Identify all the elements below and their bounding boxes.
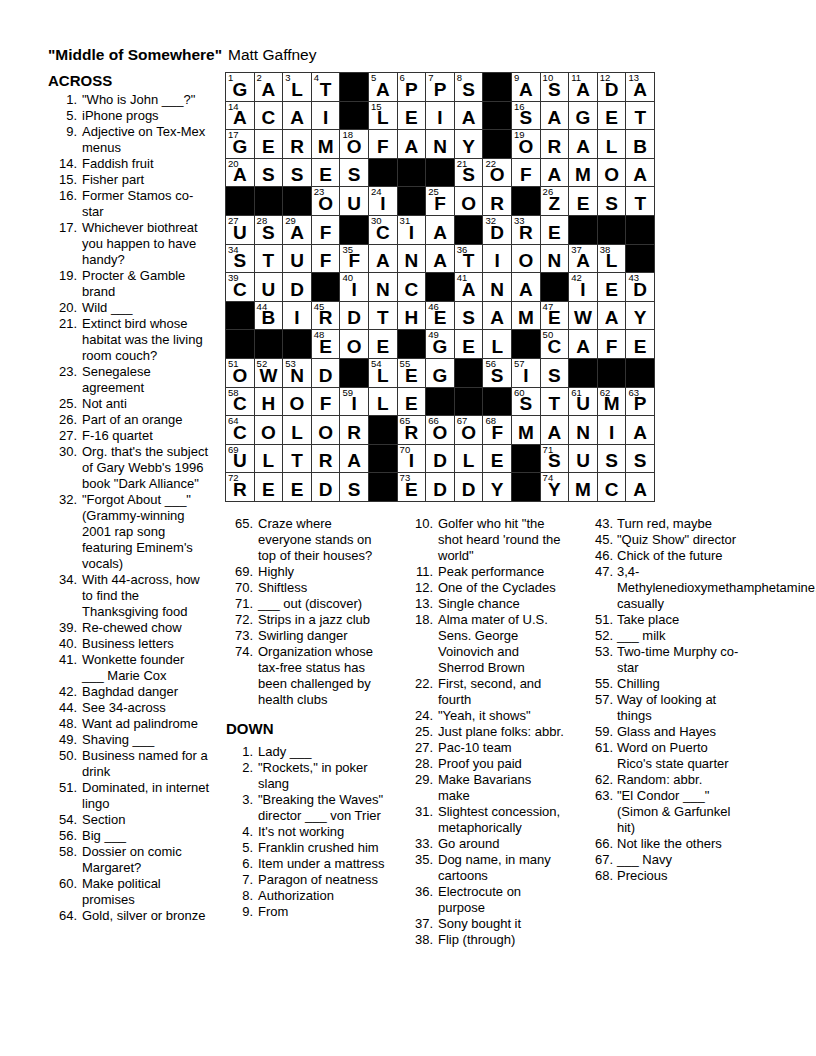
- puzzle-byline: Matt Gaffney: [228, 46, 316, 63]
- clue-number: 27.: [48, 428, 77, 444]
- grid-cell-black: [340, 73, 368, 101]
- grid-cell: L: [255, 445, 283, 473]
- grid-cell: T: [626, 187, 654, 215]
- clue-item: 27.Pac-10 team: [400, 740, 580, 756]
- clue-text: Make Bavariansmake: [438, 772, 578, 804]
- grid-cell: 50C: [541, 330, 569, 358]
- grid-cell: O: [598, 159, 626, 187]
- grid-cell: 69U: [226, 445, 254, 473]
- across-clues-column: 1."Who is John ___?"5.iPhone progs9.Adje…: [48, 92, 220, 924]
- grid-cell: A: [426, 245, 454, 273]
- cell-number: 68: [485, 416, 496, 426]
- grid-cell: I: [598, 416, 626, 444]
- clue-item: 17.Whichever biothreatyou happen to have…: [48, 220, 220, 268]
- grid-cell: A: [369, 245, 397, 273]
- clue-number: 61.: [578, 740, 613, 772]
- cell-letter: E: [605, 280, 618, 301]
- cell-letter: A: [433, 223, 447, 244]
- grid-cell: 13A: [626, 73, 654, 101]
- across-clues-continued: 65.Craze whereeveryone stands ontop of t…: [226, 516, 396, 708]
- grid-cell: S: [598, 445, 626, 473]
- clue-item: 1."Who is John ___?": [48, 92, 220, 108]
- clue-text: Precious: [617, 868, 767, 884]
- cell-letter: T: [634, 194, 646, 215]
- cell-letter: G: [433, 366, 448, 387]
- middle-clues-column: 65.Craze whereeveryone stands ontop of t…: [226, 516, 396, 920]
- clue-text: Former Stamos co-star: [82, 188, 212, 220]
- clue-number: 15.: [48, 172, 77, 188]
- grid-cell: A: [541, 416, 569, 444]
- cell-number: 50: [543, 330, 554, 340]
- grid-cell-black: [398, 330, 426, 358]
- clue-number: 31.: [400, 804, 433, 836]
- grid-cell: U: [283, 245, 311, 273]
- grid-cell: 72R: [226, 473, 254, 501]
- grid-cell: 16S: [512, 102, 540, 130]
- grid-cell-black: [340, 359, 368, 387]
- grid-cell: 30C: [369, 216, 397, 244]
- grid-cell-black: [626, 216, 654, 244]
- cell-letter: S: [348, 480, 361, 501]
- across-header: ACROSS: [48, 72, 112, 90]
- cell-letter: U: [290, 251, 304, 272]
- clue-item: 50.Business named for adrink: [48, 748, 220, 780]
- grid-cell: S: [283, 159, 311, 187]
- grid-cell-black: [483, 130, 511, 158]
- clue-text: "Who is John ___?": [82, 92, 212, 108]
- cell-letter: H: [262, 394, 276, 415]
- clue-item: 60.Make politicalpromises: [48, 876, 220, 908]
- clue-number: 7.: [226, 872, 253, 888]
- clue-item: 45."Quiz Show" director: [578, 532, 816, 548]
- cell-number: 35: [342, 245, 353, 255]
- grid-cell-black: [598, 359, 626, 387]
- cell-number: 60: [514, 388, 525, 398]
- grid-cell: 17G: [226, 130, 254, 158]
- grid-cell: 59I: [340, 388, 368, 416]
- clue-text: ___ milk: [617, 628, 767, 644]
- clue-number: 25.: [400, 724, 433, 740]
- grid-cell: R: [541, 130, 569, 158]
- grid-cell: 45R: [312, 302, 340, 330]
- clue-item: 10.Golfer who hit "theshot heard 'round …: [400, 516, 580, 564]
- clue-item: 25.Just plane folks: abbr.: [400, 724, 580, 740]
- clue-number: 12.: [400, 580, 433, 596]
- clue-item: 38.Flip (through): [400, 932, 580, 948]
- grid-cell: 2A: [255, 73, 283, 101]
- grid-cell: S: [598, 187, 626, 215]
- clue-text: ___ Navy: [617, 852, 767, 868]
- cell-number: 11: [571, 73, 581, 83]
- clue-text: "El Condor ___"(Simon & Garfunkelhit): [617, 788, 767, 836]
- grid-cell: U: [340, 187, 368, 215]
- cell-letter: O: [261, 423, 276, 444]
- grid-cell: N: [483, 273, 511, 301]
- cell-letter: I: [437, 108, 442, 129]
- cell-letter: A: [633, 165, 647, 186]
- clue-number: 65.: [226, 516, 253, 564]
- clue-text: Whichever biothreatyou happen to havehan…: [82, 220, 212, 268]
- grid-cell-black: [569, 216, 597, 244]
- grid-cell: 64C: [226, 416, 254, 444]
- clue-number: 47.: [578, 564, 613, 612]
- cell-letter: O: [604, 165, 619, 186]
- puzzle-title: "Middle of Somewhere": [48, 46, 222, 63]
- grid-cell: 18O: [340, 130, 368, 158]
- cell-number: 38: [600, 245, 611, 255]
- grid-cell: 4T: [312, 73, 340, 101]
- grid-cell: M: [512, 416, 540, 444]
- cell-number: 72: [228, 473, 239, 483]
- grid-cell: 74Y: [541, 473, 569, 501]
- clue-item: 55.Chilling: [578, 676, 816, 692]
- grid-cell: 32D: [483, 216, 511, 244]
- clue-number: 57.: [578, 692, 613, 724]
- clue-item: 54.Section: [48, 812, 220, 828]
- cell-letter: P: [434, 80, 447, 101]
- clue-text: Shiftless: [258, 580, 392, 596]
- clue-number: 32.: [48, 492, 77, 572]
- grid-cell: H: [255, 388, 283, 416]
- cell-number: 54: [371, 359, 382, 369]
- cell-letter: A: [490, 308, 504, 329]
- grid-cell: A: [569, 130, 597, 158]
- clue-number: 11.: [400, 564, 433, 580]
- clue-number: 69.: [226, 564, 253, 580]
- clue-number: 29.: [400, 772, 433, 804]
- grid-cell: C: [398, 273, 426, 301]
- clue-number: 5.: [48, 108, 77, 124]
- grid-cell: I: [426, 102, 454, 130]
- grid-cell: 55E: [398, 359, 426, 387]
- grid-cell: L: [455, 445, 483, 473]
- clue-item: 5.iPhone progs: [48, 108, 220, 124]
- clue-item: 43.Turn red, maybe: [578, 516, 816, 532]
- cell-number: 41: [457, 273, 468, 283]
- cell-letter: L: [291, 80, 303, 101]
- cell-letter: O: [347, 337, 362, 358]
- grid-cell: 34S: [226, 245, 254, 273]
- cell-number: 24: [371, 187, 382, 197]
- cell-number: 17: [228, 130, 239, 140]
- cell-number: 33: [514, 216, 525, 226]
- cell-letter: A: [633, 423, 647, 444]
- clue-item: 23.Senegaleseagreement: [48, 364, 220, 396]
- clue-text: Gold, silver or bronze: [82, 908, 212, 924]
- grid-cell: 35F: [340, 245, 368, 273]
- cell-letter: N: [405, 251, 419, 272]
- cell-letter: Y: [634, 308, 647, 329]
- cell-letter: S: [462, 80, 475, 101]
- clue-text: Strips in a jazz club: [258, 612, 392, 628]
- grid-cell: N: [541, 245, 569, 273]
- cell-letter: F: [377, 137, 389, 158]
- cell-letter: A: [519, 280, 533, 301]
- cell-letter: T: [634, 108, 646, 129]
- clue-item: 34.With 44-across, howto find theThanksg…: [48, 572, 220, 620]
- cell-letter: R: [490, 194, 504, 215]
- cell-letter: A: [576, 137, 590, 158]
- clue-item: 51.Take place: [578, 612, 816, 628]
- cell-number: 25: [428, 187, 439, 197]
- cell-letter: A: [605, 308, 619, 329]
- cell-number: 5: [371, 73, 376, 83]
- cell-letter: T: [263, 251, 275, 272]
- grid-cell: U: [569, 445, 597, 473]
- grid-cell-black: [455, 216, 483, 244]
- clue-number: 33.: [400, 836, 433, 852]
- cell-letter: F: [520, 165, 532, 186]
- cell-letter: D: [347, 308, 361, 329]
- clue-text: 3,4-Methylenedioxymethamphetamine,casual…: [617, 564, 767, 612]
- clue-number: 49.: [48, 732, 77, 748]
- cell-letter: F: [320, 251, 332, 272]
- grid-cell: 51O: [226, 359, 254, 387]
- grid-cell: O: [512, 245, 540, 273]
- clue-text: Highly: [258, 564, 392, 580]
- grid-cell: G: [569, 102, 597, 130]
- grid-cell: Y: [483, 473, 511, 501]
- cell-letter: C: [405, 280, 419, 301]
- clue-item: 28.Proof you paid: [400, 756, 580, 772]
- clue-number: 41.: [48, 652, 77, 684]
- grid-cell: A: [541, 102, 569, 130]
- grid-cell-black: [598, 216, 626, 244]
- cell-number: 43: [628, 273, 639, 283]
- cell-letter: L: [377, 394, 389, 415]
- clue-number: 55.: [578, 676, 613, 692]
- cell-letter: S: [605, 194, 618, 215]
- grid-cell-black: [426, 273, 454, 301]
- clue-text: Make politicalpromises: [82, 876, 212, 908]
- grid-cell: S: [340, 473, 368, 501]
- grid-cell: 56S: [483, 359, 511, 387]
- grid-cell: U: [255, 273, 283, 301]
- clue-number: 54.: [48, 812, 77, 828]
- clue-text: Word on PuertoRico's state quarter: [617, 740, 767, 772]
- cell-letter: L: [491, 337, 503, 358]
- clue-text: From: [258, 904, 392, 920]
- clue-item: 32."Forgot About ___"(Grammy-winning2001…: [48, 492, 220, 572]
- clue-item: 26.Part of an orange: [48, 412, 220, 428]
- grid-cell: 42I: [569, 273, 597, 301]
- clue-text: Proof you paid: [438, 756, 578, 772]
- cell-letter: S: [634, 451, 647, 472]
- cell-letter: D: [462, 480, 476, 501]
- clue-item: 36.Electrocute onpurpose: [400, 884, 580, 916]
- grid-cell: M: [569, 473, 597, 501]
- grid-cell: 22O: [483, 159, 511, 187]
- clue-text: Slightest concession,metaphorically: [438, 804, 578, 836]
- grid-cell-black: [569, 359, 597, 387]
- cell-number: 47: [543, 302, 554, 312]
- cell-number: 71: [543, 445, 554, 455]
- cell-number: 27: [228, 216, 239, 226]
- cell-number: 74: [543, 473, 554, 483]
- clue-number: 28.: [400, 756, 433, 772]
- clue-item: 65.Craze whereeveryone stands ontop of t…: [226, 516, 396, 564]
- clue-item: 61.Word on PuertoRico's state quarter: [578, 740, 816, 772]
- cell-letter: N: [576, 423, 590, 444]
- clue-item: 56.Big ___: [48, 828, 220, 844]
- clue-text: Not anti: [82, 396, 212, 412]
- cell-letter: R: [290, 137, 304, 158]
- cell-letter: E: [319, 165, 332, 186]
- clue-text: "Yeah, it shows": [438, 708, 578, 724]
- cell-letter: S: [462, 308, 475, 329]
- cell-letter: D: [433, 480, 447, 501]
- clue-item: 62.Random: abbr.: [578, 772, 816, 788]
- clue-item: 71.___ out (discover): [226, 596, 396, 612]
- clue-text: Authorization: [258, 888, 392, 904]
- cell-number: 12: [600, 73, 611, 83]
- cell-number: 30: [371, 216, 382, 226]
- grid-cell: I: [483, 245, 511, 273]
- grid-cell: 23O: [312, 187, 340, 215]
- clue-number: 23.: [48, 364, 77, 396]
- cell-number: 69: [228, 445, 239, 455]
- grid-cell-black: [626, 245, 654, 273]
- clue-item: 59.Glass and Hayes: [578, 724, 816, 740]
- grid-cell: 7P: [426, 73, 454, 101]
- cell-letter: G: [232, 80, 247, 101]
- cell-letter: H: [405, 308, 419, 329]
- clue-text: It's not working: [258, 824, 392, 840]
- cell-letter: T: [549, 394, 561, 415]
- grid-cell: 14A: [226, 102, 254, 130]
- grid-cell: 9A: [512, 73, 540, 101]
- grid-cell: O: [455, 187, 483, 215]
- clue-item: 11.Peak performance: [400, 564, 580, 580]
- clue-text: Pac-10 team: [438, 740, 578, 756]
- cell-number: 58: [228, 388, 239, 398]
- grid-cell: 53N: [283, 359, 311, 387]
- clue-number: 39.: [48, 620, 77, 636]
- clue-item: 37.Sony bought it: [400, 916, 580, 932]
- clue-number: 51.: [48, 780, 77, 812]
- grid-cell: E: [626, 330, 654, 358]
- grid-cell: 65R: [398, 416, 426, 444]
- clue-number: 9.: [48, 124, 77, 156]
- clue-text: Faddish fruit: [82, 156, 212, 172]
- cell-letter: C: [605, 480, 619, 501]
- clue-number: 74.: [226, 644, 253, 708]
- grid-cell: L: [283, 416, 311, 444]
- crossword-grid: 1G2A3L4T5A6P7P8S9A10S11A12D13A14ACAI15LE…: [225, 72, 655, 502]
- grid-cell: A: [283, 102, 311, 130]
- down-header: DOWN: [226, 720, 396, 738]
- clue-text: Organization whosetax-free status hasbee…: [258, 644, 392, 708]
- cell-number: 19: [514, 130, 525, 140]
- cell-number: 40: [342, 273, 353, 283]
- grid-cell-black: [369, 473, 397, 501]
- cell-letter: Y: [491, 480, 504, 501]
- grid-cell: O: [312, 416, 340, 444]
- clue-item: 70.Shiftless: [226, 580, 396, 596]
- grid-cell: C: [255, 102, 283, 130]
- grid-cell: 70I: [398, 445, 426, 473]
- clue-number: 68.: [578, 868, 613, 884]
- grid-cell: A: [483, 302, 511, 330]
- grid-cell: C: [598, 473, 626, 501]
- clue-number: 24.: [400, 708, 433, 724]
- clue-text: iPhone progs: [82, 108, 212, 124]
- cell-letter: E: [291, 480, 304, 501]
- clue-text: See 34-across: [82, 700, 212, 716]
- cell-letter: A: [633, 480, 647, 501]
- grid-cell: L: [598, 130, 626, 158]
- grid-cell-black: [455, 359, 483, 387]
- cell-letter: E: [548, 223, 561, 244]
- clue-item: 16.Former Stamos co-star: [48, 188, 220, 220]
- grid-cell: S: [455, 302, 483, 330]
- grid-cell-black: [226, 302, 254, 330]
- clue-number: 38.: [400, 932, 433, 948]
- clue-text: With 44-across, howto find theThanksgivi…: [82, 572, 212, 620]
- grid-cell-black: [426, 388, 454, 416]
- clue-number: 42.: [48, 684, 77, 700]
- grid-cell: F: [312, 216, 340, 244]
- clue-text: Dossier on comicMargaret?: [82, 844, 212, 876]
- grid-cell: E: [398, 102, 426, 130]
- clue-number: 25.: [48, 396, 77, 412]
- clue-number: 64.: [48, 908, 77, 924]
- grid-cell: 12D: [598, 73, 626, 101]
- clue-item: 33.Go around: [400, 836, 580, 852]
- cell-letter: S: [605, 451, 618, 472]
- cell-number: 37: [571, 245, 582, 255]
- grid-cell-black: [226, 187, 254, 215]
- grid-cell-black: [226, 330, 254, 358]
- cell-letter: A: [376, 80, 390, 101]
- clue-number: 1.: [226, 744, 253, 760]
- clue-number: 46.: [578, 548, 613, 564]
- clue-item: 46.Chick of the future: [578, 548, 816, 564]
- clue-number: 26.: [48, 412, 77, 428]
- grid-cell: M: [512, 302, 540, 330]
- clue-number: 73.: [226, 628, 253, 644]
- clue-text: F-16 quartet: [82, 428, 212, 444]
- cell-number: 52: [257, 359, 268, 369]
- clue-item: 47.3,4-Methylenedioxymethamphetamine,cas…: [578, 564, 816, 612]
- grid-cell: D: [455, 473, 483, 501]
- clue-item: 9.Adjective on Tex-Mexmenus: [48, 124, 220, 156]
- cell-letter: S: [348, 165, 361, 186]
- cell-number: 13: [628, 73, 639, 83]
- grid-cell-black: [255, 187, 283, 215]
- clue-number: 60.: [48, 876, 77, 908]
- clue-number: 72.: [226, 612, 253, 628]
- clue-text: Flip (through): [438, 932, 578, 948]
- cell-number: 59: [342, 388, 353, 398]
- puzzle-header: "Middle of Somewhere"Matt Gaffney: [48, 46, 316, 64]
- grid-cell-black: [483, 102, 511, 130]
- grid-cell: 24I: [369, 187, 397, 215]
- cell-number: 53: [285, 359, 296, 369]
- grid-cell: L: [483, 330, 511, 358]
- grid-cell: 27U: [226, 216, 254, 244]
- grid-cell: D: [426, 445, 454, 473]
- clue-text: Paragon of neatness: [258, 872, 392, 888]
- clue-text: Senegaleseagreement: [82, 364, 212, 396]
- grid-cell-black: [426, 159, 454, 187]
- grid-cell: 46E: [426, 302, 454, 330]
- cell-letter: M: [575, 165, 591, 186]
- cell-letter: O: [318, 423, 333, 444]
- grid-cell-black: [483, 388, 511, 416]
- cell-letter: E: [405, 394, 418, 415]
- clue-text: Turn red, maybe: [617, 516, 767, 532]
